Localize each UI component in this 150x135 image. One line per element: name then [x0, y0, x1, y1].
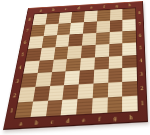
square-d5	[67, 45, 82, 58]
square-e4	[80, 57, 95, 71]
square-g7	[109, 20, 122, 32]
board-middle: 87654321 87654321	[6, 7, 146, 119]
file-label-b: b	[28, 119, 45, 126]
square-d4	[66, 58, 81, 72]
square-h1	[122, 96, 137, 112]
rank-label-2: 2	[138, 81, 146, 96]
square-g1	[107, 97, 122, 113]
square-h6	[123, 30, 137, 43]
square-h5	[122, 42, 136, 55]
square-d1	[61, 99, 78, 115]
square-f4	[94, 56, 109, 70]
square-d6	[68, 33, 82, 46]
square-h7	[123, 19, 136, 31]
file-label-a: a	[12, 120, 29, 127]
square-e1	[76, 98, 92, 114]
square-g3	[108, 68, 123, 83]
square-g5	[109, 43, 123, 56]
rank-label-4: 4	[137, 54, 145, 68]
chessboard: abcdefgh 87654321 87654321 abcdefgh	[3, 1, 148, 130]
board-squares	[14, 7, 139, 119]
square-f1	[92, 97, 108, 113]
square-h2	[122, 81, 137, 96]
square-f7	[96, 21, 110, 33]
square-e6	[82, 33, 96, 46]
rank-label-6: 6	[137, 29, 144, 41]
square-f2	[92, 83, 107, 98]
square-f8	[97, 10, 110, 22]
rank-label-8: 8	[136, 7, 143, 18]
square-g6	[109, 31, 123, 44]
square-g8	[110, 9, 123, 21]
file-label-f: f	[91, 116, 107, 123]
square-f5	[95, 44, 109, 57]
file-label-g: g	[107, 115, 123, 122]
square-d2	[63, 85, 79, 100]
file-label-c: c	[44, 118, 60, 125]
square-h3	[122, 68, 137, 83]
rank-label-5: 5	[137, 41, 144, 54]
photo-background: abcdefgh 87654321 87654321 abcdefgh	[0, 0, 150, 135]
file-label-h: h	[123, 114, 139, 121]
file-label-e: e	[75, 116, 91, 123]
square-e2	[77, 84, 93, 99]
file-label-d: d	[60, 117, 76, 124]
square-f3	[93, 69, 108, 84]
square-g4	[108, 55, 122, 69]
square-g2	[107, 82, 122, 97]
rank-label-3: 3	[138, 67, 146, 81]
square-e7	[83, 21, 97, 33]
rank-label-1: 1	[138, 96, 146, 112]
square-d3	[64, 71, 80, 86]
rank-labels-right: 87654321	[136, 7, 147, 112]
square-h4	[122, 55, 136, 69]
square-h8	[123, 8, 136, 20]
square-d7	[70, 22, 84, 34]
square-f6	[95, 32, 109, 45]
square-e3	[79, 70, 94, 85]
rank-label-7: 7	[136, 18, 143, 30]
square-e5	[81, 45, 96, 58]
